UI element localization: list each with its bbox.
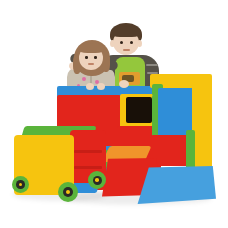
boy-eye-right xyxy=(130,41,133,44)
floor-panel-bumps xyxy=(150,173,206,195)
blue-panel-holes xyxy=(164,97,188,123)
boy-fringe xyxy=(111,26,141,37)
boy-sleeve-stripe xyxy=(146,64,158,66)
red-panel-holes xyxy=(158,141,186,157)
boy-eye-left xyxy=(120,41,123,44)
black-window-opening xyxy=(126,97,152,123)
girl-fringe xyxy=(78,43,105,53)
cart-wheel xyxy=(58,182,78,202)
cart-wheel xyxy=(88,171,106,189)
wheel-hub-center xyxy=(66,190,70,194)
girl-mouth xyxy=(88,63,94,65)
girl-eye-left xyxy=(85,56,88,59)
waffle-ridge xyxy=(74,150,102,153)
boy-hand xyxy=(119,80,129,88)
cart-side-knobs xyxy=(104,138,110,180)
blue-floor-panel xyxy=(136,166,216,204)
boy-mouth xyxy=(123,49,130,51)
product-photo-scene xyxy=(0,0,228,228)
girl-hand xyxy=(86,83,94,90)
waffle-ridge xyxy=(74,166,102,169)
cart-front-holes xyxy=(22,144,64,184)
girl-hair-strand xyxy=(102,54,110,72)
girl-hand xyxy=(97,83,105,90)
wheel-hub-center xyxy=(95,178,99,182)
cart-wheel xyxy=(12,176,29,193)
girl-eye-right xyxy=(94,56,97,59)
